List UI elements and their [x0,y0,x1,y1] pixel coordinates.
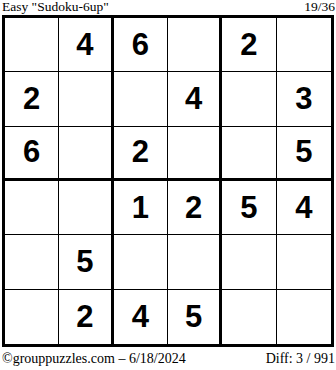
cell-r5c4[interactable] [168,235,222,289]
cell-r3c3: 2 [114,127,168,181]
cell-r2c2[interactable] [59,72,113,126]
cell-r3c1: 6 [5,127,59,181]
cell-r4c3: 1 [114,181,168,235]
page-title: Easy "Sudoku-6up" [2,0,109,14]
header: Easy "Sudoku-6up" 19/36 [2,0,335,15]
footer: ©grouppuzzles.com – 6/18/2024 Diff: 3 / … [2,351,335,368]
cell-r2c3[interactable] [114,72,168,126]
cell-r6c3: 4 [114,290,168,344]
cell-r3c5[interactable] [222,127,276,181]
cell-r5c2: 5 [59,235,113,289]
cell-r4c5: 5 [222,181,276,235]
cell-r5c6[interactable] [277,235,331,289]
cell-r3c4[interactable] [168,127,222,181]
sudoku-grid: 46224362512545245 [2,15,334,347]
cell-r6c4: 5 [168,290,222,344]
remaining-counter: 19/36 [304,0,335,14]
cell-r1c4[interactable] [168,18,222,72]
cell-r1c3: 6 [114,18,168,72]
cell-r5c3[interactable] [114,235,168,289]
copyright-text: ©grouppuzzles.com – 6/18/2024 [2,351,186,367]
cell-r3c6: 5 [277,127,331,181]
cell-r3c2[interactable] [59,127,113,181]
cell-r2c6: 3 [277,72,331,126]
difficulty-text: Diff: 3 / 991 [266,351,335,367]
cell-r6c1[interactable] [5,290,59,344]
cell-r4c6: 4 [277,181,331,235]
cell-r5c5[interactable] [222,235,276,289]
cell-r6c6[interactable] [277,290,331,344]
puzzle-page: Easy "Sudoku-6up" 19/36 4622436251254524… [0,0,336,370]
cell-r5c1[interactable] [5,235,59,289]
cell-r1c5: 2 [222,18,276,72]
cell-r2c4: 4 [168,72,222,126]
cell-r1c6[interactable] [277,18,331,72]
cell-r6c5[interactable] [222,290,276,344]
cell-r1c1[interactable] [5,18,59,72]
cell-r2c5[interactable] [222,72,276,126]
cell-r4c1[interactable] [5,181,59,235]
cell-r2c1: 2 [5,72,59,126]
cell-r6c2: 2 [59,290,113,344]
cell-r4c4: 2 [168,181,222,235]
cell-r4c2[interactable] [59,181,113,235]
cell-r1c2: 4 [59,18,113,72]
